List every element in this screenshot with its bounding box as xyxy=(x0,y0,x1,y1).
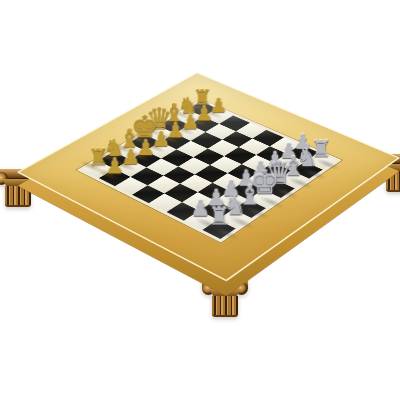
board-gold-frame: ♜♞♝♛♚♝♞♜♟♟♟♟♟♟♟♟♟♟♟♟♟♟♟♟♜♞♝♛♚♝♞♜ xyxy=(17,72,400,281)
square-h7: ♟ xyxy=(99,169,131,187)
silver-rook-h1: ♜ xyxy=(195,204,242,229)
photo-stage: ♜♞♝♛♚♝♞♜♟♟♟♟♟♟♟♟♟♟♟♟♟♟♟♟♜♞♝♛♚♝♞♜ xyxy=(0,0,400,400)
square-h1: ♜ xyxy=(202,219,236,239)
chess-board: ♜♞♝♛♚♝♞♜♟♟♟♟♟♟♟♟♟♟♟♟♟♟♟♟♜♞♝♛♚♝♞♜ xyxy=(17,72,400,281)
gold-pawn-h7: ♟ xyxy=(92,156,137,177)
chessboard-scene: ♜♞♝♛♚♝♞♜♟♟♟♟♟♟♟♟♟♟♟♟♟♟♟♟♜♞♝♛♚♝♞♜ xyxy=(0,0,400,400)
checkerboard: ♜♞♝♛♚♝♞♜♟♟♟♟♟♟♟♟♟♟♟♟♟♟♟♟♜♞♝♛♚♝♞♜ xyxy=(77,99,342,243)
